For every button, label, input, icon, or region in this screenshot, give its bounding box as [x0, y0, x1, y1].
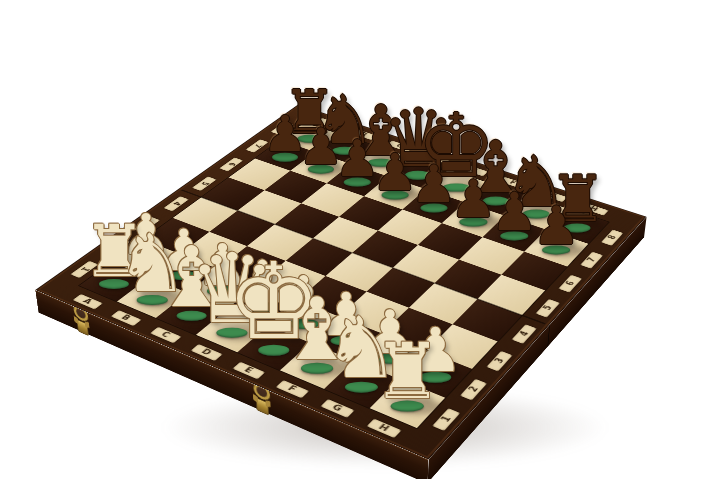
square-f1: [280, 342, 354, 388]
square-a1: [79, 262, 149, 301]
square-h2: [399, 350, 472, 397]
latch-wing: [266, 400, 271, 407]
rank-label-left-1: 1: [70, 260, 98, 277]
rank-label-right-2: 2: [460, 378, 487, 399]
chess-board: AA11BB22CC33DD44EE55FF66GG77HH88: [35, 104, 646, 459]
scene-3d: AA11BB22CC33DD44EE55FF66GG77HH88: [0, 0, 720, 479]
rank-label-right-8: 8: [601, 229, 623, 245]
latch-wing: [85, 321, 90, 327]
file-label-back-A: A: [316, 117, 342, 128]
file-label-back-D: D: [423, 152, 450, 164]
square-f2: [310, 316, 382, 360]
rank-label-right-5: 5: [535, 298, 559, 317]
rank-label-right-4: 4: [511, 323, 536, 342]
square-g4: [409, 283, 478, 324]
square-g5: [435, 259, 502, 298]
rank-label-right-3: 3: [486, 350, 512, 370]
square-d1: [196, 308, 268, 351]
file-label-back-C: C: [386, 140, 412, 151]
square-e2: [268, 300, 339, 343]
square-g3: [382, 307, 453, 350]
square-h4: [453, 298, 522, 340]
square-g2: [354, 333, 426, 378]
square-g1: [324, 360, 399, 408]
square-f3: [339, 291, 409, 333]
square-d2: [227, 284, 297, 325]
square-b1: [117, 277, 188, 318]
square-c2: [188, 268, 257, 308]
square-h1: [370, 378, 445, 427]
board-surface: AA11BB22CC33DD44EE55FF66GG77HH88: [35, 104, 646, 459]
file-label-front-C: C: [150, 326, 181, 342]
file-label-front-F: F: [276, 379, 309, 397]
square-e4: [326, 252, 393, 291]
file-label-back-G: G: [539, 189, 567, 201]
square-h6: [501, 251, 567, 290]
rank-label-right-6: 6: [558, 274, 582, 292]
file-label-back-F: F: [499, 176, 527, 188]
file-label-front-E: E: [232, 361, 265, 378]
file-label-back-B: B: [351, 128, 377, 139]
rank-label-right-7: 7: [580, 251, 603, 268]
file-label-front-G: G: [320, 398, 354, 417]
square-f4: [367, 267, 435, 307]
square-b2: [149, 254, 218, 293]
square-h3: [426, 324, 497, 369]
file-label-front-D: D: [191, 343, 223, 360]
product-photo-stage: AA11BB22CC33DD44EE55FF66GG77HH88: [0, 0, 720, 479]
file-label-front-H: H: [367, 418, 402, 437]
file-label-back-H: H: [579, 202, 608, 215]
file-label-back-E: E: [461, 164, 488, 176]
fold-seam-side: [547, 324, 550, 347]
square-d3: [257, 260, 325, 299]
square-e3: [298, 275, 367, 316]
rank-label-right-1: 1: [432, 407, 460, 430]
squares-grid: [79, 122, 608, 427]
square-h5: [478, 274, 546, 314]
file-label-front-B: B: [111, 309, 142, 325]
square-e1: [237, 325, 310, 370]
square-c1: [156, 292, 227, 334]
